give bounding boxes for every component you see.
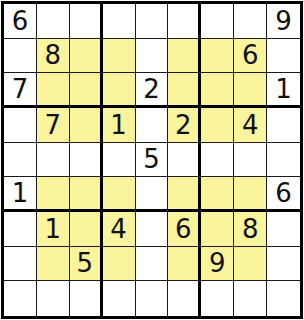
- cell-r5c2[interactable]: [37, 143, 70, 178]
- cell-r5c1[interactable]: [4, 143, 37, 178]
- cell-r9c6[interactable]: [168, 281, 201, 316]
- sudoku-board: 69867217124516146859: [1, 1, 303, 319]
- cell-r1c1[interactable]: 6: [4, 4, 37, 39]
- cell-r7c2[interactable]: 1: [37, 212, 70, 247]
- cell-r3c2[interactable]: [37, 73, 70, 108]
- cell-r5c3[interactable]: [70, 143, 103, 178]
- cell-r4c9[interactable]: [267, 108, 300, 143]
- cell-r8c2[interactable]: [37, 247, 70, 282]
- cell-r9c3[interactable]: [70, 281, 103, 316]
- cell-r5c6[interactable]: [168, 143, 201, 178]
- given-digit: 2: [143, 76, 160, 102]
- cell-r9c2[interactable]: [37, 281, 70, 316]
- given-digit: 4: [242, 112, 259, 138]
- cell-r4c3[interactable]: [70, 108, 103, 143]
- cell-r2c9[interactable]: [267, 39, 300, 74]
- given-digit: 4: [110, 216, 127, 242]
- given-digit: 5: [76, 250, 93, 276]
- cell-r2c6[interactable]: [168, 39, 201, 74]
- cell-r5c5[interactable]: 5: [136, 143, 169, 178]
- cell-r1c4[interactable]: [103, 4, 136, 39]
- cell-r6c4[interactable]: [103, 177, 136, 212]
- cell-r3c1[interactable]: 7: [4, 73, 37, 108]
- given-digit: 1: [12, 180, 29, 206]
- given-digit: 8: [45, 42, 62, 68]
- cell-r5c9[interactable]: [267, 143, 300, 178]
- cell-r8c6[interactable]: [168, 247, 201, 282]
- given-digit: 9: [209, 250, 226, 276]
- cell-r3c4[interactable]: [103, 73, 136, 108]
- cell-r8c8[interactable]: [234, 247, 267, 282]
- cell-r5c8[interactable]: [234, 143, 267, 178]
- cell-r9c4[interactable]: [103, 281, 136, 316]
- cell-r2c7[interactable]: [201, 39, 234, 74]
- cell-r3c3[interactable]: [70, 73, 103, 108]
- cell-r7c4[interactable]: 4: [103, 212, 136, 247]
- cell-r9c5[interactable]: [136, 281, 169, 316]
- cell-r7c1[interactable]: [4, 212, 37, 247]
- cell-r2c5[interactable]: [136, 39, 169, 74]
- cell-r9c9[interactable]: [267, 281, 300, 316]
- cell-r8c9[interactable]: [267, 247, 300, 282]
- cell-r2c2[interactable]: 8: [37, 39, 70, 74]
- cell-r7c3[interactable]: [70, 212, 103, 247]
- cell-r4c1[interactable]: [4, 108, 37, 143]
- cell-r3c9[interactable]: 1: [267, 73, 300, 108]
- given-digit: 1: [110, 112, 127, 138]
- given-digit: 2: [175, 112, 192, 138]
- cell-r6c3[interactable]: [70, 177, 103, 212]
- cell-r4c5[interactable]: [136, 108, 169, 143]
- cell-r6c9[interactable]: 6: [267, 177, 300, 212]
- cell-r9c7[interactable]: [201, 281, 234, 316]
- given-digit: 9: [275, 8, 292, 34]
- given-digit: 6: [12, 8, 29, 34]
- cell-r6c1[interactable]: 1: [4, 177, 37, 212]
- sudoku-page: 69867217124516146859: [0, 0, 304, 320]
- given-digit: 6: [242, 42, 259, 68]
- cell-r1c2[interactable]: [37, 4, 70, 39]
- cell-r8c3[interactable]: 5: [70, 247, 103, 282]
- cell-r4c4[interactable]: 1: [103, 108, 136, 143]
- cell-r7c6[interactable]: 6: [168, 212, 201, 247]
- cell-r8c7[interactable]: 9: [201, 247, 234, 282]
- cell-r9c1[interactable]: [4, 281, 37, 316]
- cell-r1c6[interactable]: [168, 4, 201, 39]
- cell-r2c4[interactable]: [103, 39, 136, 74]
- cell-r1c5[interactable]: [136, 4, 169, 39]
- cell-r1c7[interactable]: [201, 4, 234, 39]
- given-digit: 8: [242, 216, 259, 242]
- cell-r8c4[interactable]: [103, 247, 136, 282]
- cell-r4c8[interactable]: 4: [234, 108, 267, 143]
- given-digit: 1: [45, 216, 62, 242]
- given-digit: 5: [143, 146, 160, 172]
- cell-r2c1[interactable]: [4, 39, 37, 74]
- cell-r5c4[interactable]: [103, 143, 136, 178]
- cell-r8c5[interactable]: [136, 247, 169, 282]
- cell-r3c6[interactable]: [168, 73, 201, 108]
- cell-r6c2[interactable]: [37, 177, 70, 212]
- cell-r1c8[interactable]: [234, 4, 267, 39]
- cell-r4c2[interactable]: 7: [37, 108, 70, 143]
- given-digit: 1: [275, 76, 292, 102]
- cell-r7c8[interactable]: 8: [234, 212, 267, 247]
- cell-r2c3[interactable]: [70, 39, 103, 74]
- cell-r3c8[interactable]: [234, 73, 267, 108]
- cell-r6c7[interactable]: [201, 177, 234, 212]
- given-digit: 7: [12, 76, 29, 102]
- given-digit: 6: [175, 216, 192, 242]
- cell-r6c5[interactable]: [136, 177, 169, 212]
- cell-r5c7[interactable]: [201, 143, 234, 178]
- cell-r1c3[interactable]: [70, 4, 103, 39]
- cell-r3c5[interactable]: 2: [136, 73, 169, 108]
- cell-r6c6[interactable]: [168, 177, 201, 212]
- cell-r6c8[interactable]: [234, 177, 267, 212]
- cell-r3c7[interactable]: [201, 73, 234, 108]
- cell-r8c1[interactable]: [4, 247, 37, 282]
- cell-r7c9[interactable]: [267, 212, 300, 247]
- cell-r1c9[interactable]: 9: [267, 4, 300, 39]
- given-digit: 7: [45, 112, 62, 138]
- cell-r4c6[interactable]: 2: [168, 108, 201, 143]
- given-digit: 6: [275, 180, 292, 206]
- cell-r4c7[interactable]: [201, 108, 234, 143]
- cell-r9c8[interactable]: [234, 281, 267, 316]
- cell-r2c8[interactable]: 6: [234, 39, 267, 74]
- cell-r7c5[interactable]: [136, 212, 169, 247]
- cell-r7c7[interactable]: [201, 212, 234, 247]
